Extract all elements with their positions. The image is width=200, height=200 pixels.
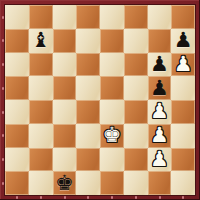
square-g1[interactable] (148, 171, 172, 195)
square-g8[interactable] (148, 5, 172, 29)
square-g2[interactable]: ♟ (148, 148, 172, 172)
square-d1[interactable] (76, 171, 100, 195)
square-c4[interactable] (53, 100, 77, 124)
file-label-f (135, 196, 137, 199)
file-label-g (159, 196, 161, 199)
black-pawn[interactable]: ♟ (148, 76, 172, 100)
square-h7[interactable]: ♟ (171, 29, 195, 53)
square-f6[interactable] (124, 53, 148, 77)
square-f4[interactable] (124, 100, 148, 124)
square-a7[interactable] (5, 29, 29, 53)
square-h6[interactable]: ♟ (171, 53, 195, 77)
square-f3[interactable] (124, 124, 148, 148)
black-bishop[interactable]: ♝ (29, 29, 53, 53)
square-h1[interactable] (171, 171, 195, 195)
square-c7[interactable] (53, 29, 77, 53)
square-g7[interactable] (148, 29, 172, 53)
square-f1[interactable] (124, 171, 148, 195)
file-label-b (40, 196, 42, 199)
square-a2[interactable] (5, 148, 29, 172)
chess-board-screenshot: ♝♟♟♟♟♟♚♟♟♚ (0, 0, 200, 200)
square-e3[interactable]: ♚ (100, 124, 124, 148)
rank-label-6 (2, 63, 4, 66)
square-a1[interactable] (5, 171, 29, 195)
square-b2[interactable] (29, 148, 53, 172)
square-h4[interactable] (171, 100, 195, 124)
square-f2[interactable] (124, 148, 148, 172)
square-c1[interactable]: ♚ (53, 171, 77, 195)
square-e4[interactable] (100, 100, 124, 124)
rank-label-4 (2, 111, 4, 114)
file-label-c (64, 196, 66, 199)
square-h8[interactable] (171, 5, 195, 29)
square-d6[interactable] (76, 53, 100, 77)
square-b1[interactable] (29, 171, 53, 195)
black-pawn[interactable]: ♟ (171, 29, 195, 53)
square-f5[interactable] (124, 76, 148, 100)
square-g4[interactable]: ♟ (148, 100, 172, 124)
square-c2[interactable] (53, 148, 77, 172)
white-pawn[interactable]: ♟ (148, 100, 172, 124)
rank-label-8 (2, 16, 4, 19)
square-a5[interactable] (5, 76, 29, 100)
square-d3[interactable] (76, 124, 100, 148)
square-g3[interactable]: ♟ (148, 124, 172, 148)
square-c3[interactable] (53, 124, 77, 148)
file-label-e (111, 196, 113, 199)
square-f7[interactable] (124, 29, 148, 53)
square-f8[interactable] (124, 5, 148, 29)
square-a3[interactable] (5, 124, 29, 148)
square-b7[interactable]: ♝ (29, 29, 53, 53)
square-e5[interactable] (100, 76, 124, 100)
rank-label-2 (2, 158, 4, 161)
square-d7[interactable] (76, 29, 100, 53)
square-d5[interactable] (76, 76, 100, 100)
file-label-a (16, 196, 18, 199)
square-a4[interactable] (5, 100, 29, 124)
square-e2[interactable] (100, 148, 124, 172)
square-b8[interactable] (29, 5, 53, 29)
white-pawn[interactable]: ♟ (148, 124, 172, 148)
black-pawn[interactable]: ♟ (148, 53, 172, 77)
square-e8[interactable] (100, 5, 124, 29)
black-king[interactable]: ♚ (53, 171, 77, 195)
white-king[interactable]: ♚ (100, 124, 124, 148)
rank-label-1 (2, 182, 4, 185)
square-a8[interactable] (5, 5, 29, 29)
square-c5[interactable] (53, 76, 77, 100)
square-g5[interactable]: ♟ (148, 76, 172, 100)
square-b6[interactable] (29, 53, 53, 77)
square-h5[interactable] (171, 76, 195, 100)
white-pawn[interactable]: ♟ (148, 148, 172, 172)
square-d2[interactable] (76, 148, 100, 172)
rank-label-5 (2, 87, 4, 90)
square-g6[interactable]: ♟ (148, 53, 172, 77)
square-b5[interactable] (29, 76, 53, 100)
square-a6[interactable] (5, 53, 29, 77)
square-d4[interactable] (76, 100, 100, 124)
square-b3[interactable] (29, 124, 53, 148)
square-e1[interactable] (100, 171, 124, 195)
square-h2[interactable] (171, 148, 195, 172)
white-pawn[interactable]: ♟ (171, 53, 195, 77)
square-e6[interactable] (100, 53, 124, 77)
square-e7[interactable] (100, 29, 124, 53)
square-d8[interactable] (76, 5, 100, 29)
square-h3[interactable] (171, 124, 195, 148)
square-b4[interactable] (29, 100, 53, 124)
square-c8[interactable] (53, 5, 77, 29)
chess-board: ♝♟♟♟♟♟♚♟♟♚ (5, 5, 195, 195)
square-c6[interactable] (53, 53, 77, 77)
